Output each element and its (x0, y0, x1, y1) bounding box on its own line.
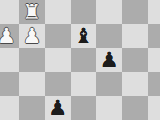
black-pawn-piece[interactable]: ♟ (45, 96, 71, 120)
board-grid: ♜♟♟♝♟♟ (0, 0, 160, 120)
square-c0r4-light[interactable] (0, 96, 19, 120)
square-c1r1-light[interactable]: ♟ (19, 24, 45, 48)
square-c5r4-dark[interactable] (122, 96, 148, 120)
square-c3r2-dark[interactable] (71, 48, 97, 72)
square-c2r3-dark[interactable] (45, 72, 71, 96)
square-c2r0-light[interactable] (45, 0, 71, 24)
square-c5r3-light[interactable] (122, 72, 148, 96)
square-c0r0-light[interactable] (0, 0, 19, 24)
square-c3r1-light[interactable]: ♝ (71, 24, 97, 48)
white-rook-piece[interactable]: ♜ (19, 0, 45, 24)
square-c1r4-dark[interactable] (19, 96, 45, 120)
square-c6r3-dark[interactable] (148, 72, 160, 96)
square-c3r3-light[interactable] (71, 72, 97, 96)
square-c2r4-light[interactable]: ♟ (45, 96, 71, 120)
square-c4r0-light[interactable] (96, 0, 122, 24)
square-c0r3-dark[interactable] (0, 72, 19, 96)
square-c4r3-dark[interactable] (96, 72, 122, 96)
square-c2r1-dark[interactable] (45, 24, 71, 48)
square-c0r2-light[interactable] (0, 48, 19, 72)
black-pawn-piece[interactable]: ♟ (96, 48, 122, 72)
white-pawn-piece[interactable]: ♟ (0, 24, 19, 48)
square-c2r2-light[interactable] (45, 48, 71, 72)
square-c4r1-dark[interactable] (96, 24, 122, 48)
square-c1r2-dark[interactable] (19, 48, 45, 72)
square-c3r4-dark[interactable] (71, 96, 97, 120)
black-bishop-piece[interactable]: ♝ (71, 24, 97, 48)
white-pawn-piece[interactable]: ♟ (19, 24, 45, 48)
square-c3r0-dark[interactable] (71, 0, 97, 24)
square-c5r1-light[interactable] (122, 24, 148, 48)
square-c6r0-light[interactable] (148, 0, 160, 24)
square-c5r0-dark[interactable] (122, 0, 148, 24)
square-c4r2-light[interactable]: ♟ (96, 48, 122, 72)
chess-board: ♜♟♟♝♟♟ (0, 0, 160, 120)
square-c5r2-dark[interactable] (122, 48, 148, 72)
square-c0r1-dark[interactable]: ♟ (0, 24, 19, 48)
square-c6r2-light[interactable] (148, 48, 160, 72)
square-c1r3-light[interactable] (19, 72, 45, 96)
square-c6r1-dark[interactable] (148, 24, 160, 48)
square-c4r4-light[interactable] (96, 96, 122, 120)
square-c6r4-light[interactable] (148, 96, 160, 120)
square-c1r0-dark[interactable]: ♜ (19, 0, 45, 24)
